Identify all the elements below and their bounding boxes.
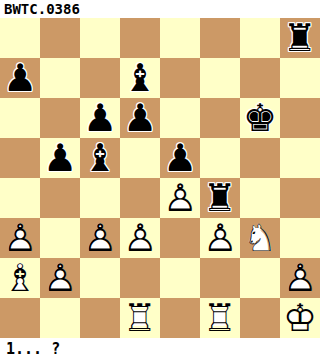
square-d8[interactable] bbox=[120, 18, 160, 58]
square-e3[interactable] bbox=[160, 218, 200, 258]
piece-white-king[interactable]: ♚♔ bbox=[280, 298, 320, 338]
square-d5[interactable] bbox=[120, 138, 160, 178]
square-c1[interactable] bbox=[80, 298, 120, 338]
square-g6[interactable]: ♚ bbox=[240, 98, 280, 138]
piece-white-pawn[interactable]: ♟♙ bbox=[40, 258, 80, 298]
square-f6[interactable] bbox=[200, 98, 240, 138]
piece-black-pawn[interactable]: ♟ bbox=[80, 98, 120, 138]
square-g1[interactable] bbox=[240, 298, 280, 338]
square-h7[interactable] bbox=[280, 58, 320, 98]
square-e5[interactable]: ♟ bbox=[160, 138, 200, 178]
square-a5[interactable] bbox=[0, 138, 40, 178]
white-pawn-icon: ♙ bbox=[120, 218, 160, 258]
black-bishop-icon: ♝ bbox=[80, 138, 120, 178]
square-g7[interactable] bbox=[240, 58, 280, 98]
square-a2[interactable]: ♝♗ bbox=[0, 258, 40, 298]
square-e4[interactable]: ♟♙ bbox=[160, 178, 200, 218]
square-b7[interactable] bbox=[40, 58, 80, 98]
square-f5[interactable] bbox=[200, 138, 240, 178]
square-e2[interactable] bbox=[160, 258, 200, 298]
white-pawn-icon: ♙ bbox=[160, 178, 200, 218]
black-pawn-icon: ♟ bbox=[160, 138, 200, 178]
black-bishop-icon: ♝ bbox=[120, 58, 160, 98]
square-g5[interactable] bbox=[240, 138, 280, 178]
black-king-icon: ♚ bbox=[240, 98, 280, 138]
square-h3[interactable] bbox=[280, 218, 320, 258]
white-rook-icon: ♖ bbox=[200, 298, 240, 338]
square-a3[interactable]: ♟♙ bbox=[0, 218, 40, 258]
square-b1[interactable] bbox=[40, 298, 80, 338]
piece-black-pawn[interactable]: ♟ bbox=[120, 98, 160, 138]
white-pawn-icon: ♙ bbox=[40, 258, 80, 298]
white-pawn-icon: ♙ bbox=[80, 218, 120, 258]
square-b4[interactable] bbox=[40, 178, 80, 218]
piece-black-rook[interactable]: ♜ bbox=[280, 18, 320, 58]
square-c2[interactable] bbox=[80, 258, 120, 298]
square-e8[interactable] bbox=[160, 18, 200, 58]
square-b3[interactable] bbox=[40, 218, 80, 258]
square-h4[interactable] bbox=[280, 178, 320, 218]
square-b6[interactable] bbox=[40, 98, 80, 138]
square-d3[interactable]: ♟♙ bbox=[120, 218, 160, 258]
square-a6[interactable] bbox=[0, 98, 40, 138]
white-bishop-icon: ♗ bbox=[0, 258, 40, 298]
piece-white-knight[interactable]: ♞♘ bbox=[240, 218, 280, 258]
square-g3[interactable]: ♞♘ bbox=[240, 218, 280, 258]
square-h8[interactable]: ♜ bbox=[280, 18, 320, 58]
chess-board: ♜♟♝♟♟♚♟♝♟♟♙♜♟♙♟♙♟♙♟♙♞♘♝♗♟♙♟♙♜♖♜♖♚♔ bbox=[0, 18, 320, 338]
square-f8[interactable] bbox=[200, 18, 240, 58]
square-b5[interactable]: ♟ bbox=[40, 138, 80, 178]
square-f4[interactable]: ♜ bbox=[200, 178, 240, 218]
caption-bar: 1... ? bbox=[0, 338, 320, 360]
white-pawn-icon: ♙ bbox=[200, 218, 240, 258]
piece-black-pawn[interactable]: ♟ bbox=[40, 138, 80, 178]
square-e1[interactable] bbox=[160, 298, 200, 338]
piece-black-bishop[interactable]: ♝ bbox=[120, 58, 160, 98]
piece-white-pawn[interactable]: ♟♙ bbox=[160, 178, 200, 218]
black-rook-icon: ♜ bbox=[280, 18, 320, 58]
title-bar: BWTC.0386 bbox=[0, 0, 320, 18]
piece-black-bishop[interactable]: ♝ bbox=[80, 138, 120, 178]
piece-white-pawn[interactable]: ♟♙ bbox=[280, 258, 320, 298]
move-prompt: 1... ? bbox=[6, 338, 60, 360]
square-d2[interactable] bbox=[120, 258, 160, 298]
square-a7[interactable]: ♟ bbox=[0, 58, 40, 98]
square-h1[interactable]: ♚♔ bbox=[280, 298, 320, 338]
square-g8[interactable] bbox=[240, 18, 280, 58]
chess-puzzle-app: BWTC.0386 ♜♟♝♟♟♚♟♝♟♟♙♜♟♙♟♙♟♙♟♙♞♘♝♗♟♙♟♙♜♖… bbox=[0, 0, 320, 360]
square-d6[interactable]: ♟ bbox=[120, 98, 160, 138]
square-c8[interactable] bbox=[80, 18, 120, 58]
white-pawn-icon: ♙ bbox=[280, 258, 320, 298]
square-a1[interactable] bbox=[0, 298, 40, 338]
square-c6[interactable]: ♟ bbox=[80, 98, 120, 138]
square-d1[interactable]: ♜♖ bbox=[120, 298, 160, 338]
square-g4[interactable] bbox=[240, 178, 280, 218]
piece-black-pawn[interactable]: ♟ bbox=[0, 58, 40, 98]
piece-black-rook[interactable]: ♜ bbox=[200, 178, 240, 218]
square-h5[interactable] bbox=[280, 138, 320, 178]
square-g2[interactable] bbox=[240, 258, 280, 298]
black-pawn-icon: ♟ bbox=[0, 58, 40, 98]
square-d7[interactable]: ♝ bbox=[120, 58, 160, 98]
square-f2[interactable] bbox=[200, 258, 240, 298]
white-knight-icon: ♘ bbox=[240, 218, 280, 258]
piece-white-pawn[interactable]: ♟♙ bbox=[0, 218, 40, 258]
square-f7[interactable] bbox=[200, 58, 240, 98]
piece-white-pawn[interactable]: ♟♙ bbox=[120, 218, 160, 258]
square-c3[interactable]: ♟♙ bbox=[80, 218, 120, 258]
black-pawn-icon: ♟ bbox=[40, 138, 80, 178]
black-rook-icon: ♜ bbox=[200, 178, 240, 218]
square-e7[interactable] bbox=[160, 58, 200, 98]
piece-white-bishop[interactable]: ♝♗ bbox=[0, 258, 40, 298]
piece-white-pawn[interactable]: ♟♙ bbox=[80, 218, 120, 258]
square-e6[interactable] bbox=[160, 98, 200, 138]
black-pawn-icon: ♟ bbox=[80, 98, 120, 138]
square-a4[interactable] bbox=[0, 178, 40, 218]
piece-black-pawn[interactable]: ♟ bbox=[160, 138, 200, 178]
black-pawn-icon: ♟ bbox=[120, 98, 160, 138]
piece-white-rook[interactable]: ♜♖ bbox=[120, 298, 160, 338]
white-rook-icon: ♖ bbox=[120, 298, 160, 338]
square-c7[interactable] bbox=[80, 58, 120, 98]
white-king-icon: ♔ bbox=[280, 298, 320, 338]
piece-black-king[interactable]: ♚ bbox=[240, 98, 280, 138]
white-pawn-icon: ♙ bbox=[0, 218, 40, 258]
square-c4[interactable] bbox=[80, 178, 120, 218]
square-b2[interactable]: ♟♙ bbox=[40, 258, 80, 298]
square-h6[interactable] bbox=[280, 98, 320, 138]
square-h2[interactable]: ♟♙ bbox=[280, 258, 320, 298]
piece-white-rook[interactable]: ♜♖ bbox=[200, 298, 240, 338]
square-a8[interactable] bbox=[0, 18, 40, 58]
square-d4[interactable] bbox=[120, 178, 160, 218]
square-c5[interactable]: ♝ bbox=[80, 138, 120, 178]
piece-white-pawn[interactable]: ♟♙ bbox=[200, 218, 240, 258]
square-f1[interactable]: ♜♖ bbox=[200, 298, 240, 338]
square-b8[interactable] bbox=[40, 18, 80, 58]
puzzle-title: BWTC.0386 bbox=[4, 0, 80, 18]
square-f3[interactable]: ♟♙ bbox=[200, 218, 240, 258]
